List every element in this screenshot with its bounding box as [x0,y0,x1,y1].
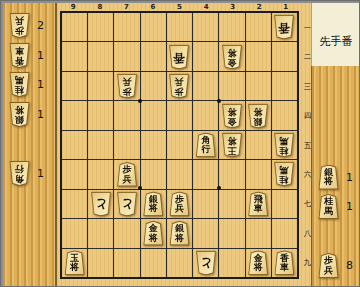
shogi-piece-gote-王将[interactable]: 王将 [221,132,242,157]
shogi-piece-gote-金将[interactable]: 金将 [221,103,242,128]
shogi-piece-gote-銀将[interactable]: 銀将 [9,102,30,127]
board-cell-7-9[interactable] [114,249,139,277]
shogi-piece-sente-飛車[interactable]: 飛車 [248,191,269,216]
board-cell-6-7[interactable]: 銀将 [141,190,166,218]
board-cell-6-5[interactable] [141,131,166,159]
gote-hand-歩兵[interactable]: 歩兵2 [9,13,44,38]
board-cell-2-7[interactable]: 飛車 [246,190,271,218]
board-cell-3-2[interactable]: 金将 [219,42,244,70]
board-cell-5-4[interactable] [167,101,192,129]
shogi-piece-gote-歩兵[interactable]: 歩兵 [117,74,138,99]
turn-indicator: 先手番 [312,34,360,49]
board-cell-9-9[interactable]: 玉将 [62,249,87,277]
board-cell-8-2[interactable] [88,42,113,70]
sente-captured-tray: 銀将1桂馬1歩兵8 [311,66,360,286]
shogi-app-window: 歩兵2香車1桂馬1銀将1角行1 987654321 香香金将歩兵歩兵金将銀将角行… [0,0,360,287]
shogi-piece-gote-銀将[interactable]: 銀将 [248,103,269,128]
board-cell-3-5[interactable]: 王将 [219,131,244,159]
shogi-board[interactable]: 香香金将歩兵歩兵金将銀将角行王将桂馬歩兵桂馬とと銀将歩兵飛車金将銀将玉将と金将香… [60,11,299,279]
board-cell-3-4[interactable]: 金将 [219,101,244,129]
file-label-1: 1 [273,3,300,11]
board-cell-4-8[interactable] [193,219,218,247]
board-cell-1-3[interactable] [272,72,297,100]
hoshi-dot [217,186,221,190]
shogi-piece-gote-桂馬[interactable]: 桂馬 [9,72,30,97]
board-cell-4-3[interactable] [193,72,218,100]
shogi-piece-sente-金将[interactable]: 金将 [143,221,164,246]
file-label-8: 8 [87,3,114,11]
shogi-piece-sente-銀将[interactable]: 銀将 [143,191,164,216]
hoshi-dot [138,99,142,103]
board-cell-7-2[interactable] [114,42,139,70]
board-cell-9-1[interactable] [62,13,87,41]
shogi-piece-gote-金将[interactable]: 金将 [221,44,242,69]
gote-hand-銀将[interactable]: 銀将1 [9,102,44,127]
board-cell-9-8[interactable] [62,219,87,247]
board-cell-3-6[interactable] [219,160,244,188]
file-label-4: 4 [193,3,220,11]
board-cell-1-2[interactable] [272,42,297,70]
board-cell-3-3[interactable] [219,72,244,100]
file-label-6: 6 [140,3,167,11]
shogi-piece-gote-桂馬[interactable]: 桂馬 [274,162,295,187]
shogi-piece-sente-角行[interactable]: 角行 [195,132,216,157]
board-cell-4-2[interactable] [193,42,218,70]
board-cell-7-3[interactable]: 歩兵 [114,72,139,100]
gote-captured-tray: 歩兵2香車1桂馬1銀将1角行1 [3,3,57,286]
board-cell-5-1[interactable] [167,13,192,41]
shogi-piece-gote-香[interactable]: 香 [169,44,190,69]
board-cell-1-4[interactable] [272,101,297,129]
board-cell-9-7[interactable] [62,190,87,218]
board-cell-1-5[interactable]: 桂馬 [272,131,297,159]
shogi-piece-gote-歩兵[interactable]: 歩兵 [169,74,190,99]
board-cell-8-5[interactable] [88,131,113,159]
board-cell-5-7[interactable]: 歩兵 [167,190,192,218]
board-area: 987654321 香香金将歩兵歩兵金将銀将角行王将桂馬歩兵桂馬とと銀将歩兵飛車… [57,3,311,286]
board-cell-4-7[interactable] [193,190,218,218]
hoshi-dot [217,99,221,103]
file-label-7: 7 [113,3,140,11]
shogi-piece-sente-玉将[interactable]: 玉将 [64,250,85,275]
turn-indicator-box: 先手番 [311,3,360,66]
board-cell-5-8[interactable]: 銀将 [167,219,192,247]
hand-count: 2 [37,19,44,32]
sente-hand-銀将[interactable]: 銀将1 [318,165,353,190]
board-cell-4-4[interactable] [193,101,218,129]
board-cell-7-1[interactable] [114,13,139,41]
shogi-piece-sente-歩兵[interactable]: 歩兵 [318,253,339,278]
sente-hand-歩兵[interactable]: 歩兵8 [318,253,353,278]
board-cell-1-1[interactable]: 香 [272,13,297,41]
board-cell-5-3[interactable]: 歩兵 [167,72,192,100]
board-cell-5-9[interactable] [167,249,192,277]
shogi-piece-sente-銀将[interactable]: 銀将 [169,221,190,246]
shogi-piece-gote-歩兵[interactable]: 歩兵 [9,13,30,38]
board-cell-4-9[interactable]: と [193,249,218,277]
file-label-2: 2 [246,3,273,11]
gote-hand-角行[interactable]: 角行1 [9,161,44,186]
board-cell-3-9[interactable] [219,249,244,277]
shogi-piece-sente-金将[interactable]: 金将 [248,250,269,275]
hand-count: 1 [37,78,44,91]
board-cell-9-3[interactable] [62,72,87,100]
board-cell-6-4[interactable] [141,101,166,129]
board-cell-8-4[interactable] [88,101,113,129]
board-cell-4-1[interactable] [193,13,218,41]
board-cell-7-8[interactable] [114,219,139,247]
hand-count: 1 [346,200,353,213]
board-cell-5-2[interactable]: 香 [167,42,192,70]
board-cell-8-9[interactable] [88,249,113,277]
shogi-piece-gote-香[interactable]: 香 [274,15,295,40]
board-cell-2-6[interactable] [246,160,271,188]
board-cell-3-1[interactable] [219,13,244,41]
board-cell-4-5[interactable]: 角行 [193,131,218,159]
file-label-9: 9 [60,3,87,11]
hand-count: 1 [346,171,353,184]
board-cell-3-7[interactable] [219,190,244,218]
hoshi-dot [138,186,142,190]
board-cell-1-9[interactable]: 香車 [272,249,297,277]
shogi-piece-gote-角行[interactable]: 角行 [9,161,30,186]
shogi-piece-sente-桂馬[interactable]: 桂馬 [318,194,339,219]
board-cell-6-2[interactable] [141,42,166,70]
shogi-piece-gote-と[interactable]: と [117,191,138,216]
board-cell-7-5[interactable] [114,131,139,159]
board-cell-6-1[interactable] [141,13,166,41]
board-cell-7-4[interactable] [114,101,139,129]
side-panel: 先手番 銀将1桂馬1歩兵8 [311,3,359,286]
board-cell-2-9[interactable]: 金将 [246,249,271,277]
shogi-piece-sente-歩兵[interactable]: 歩兵 [169,191,190,216]
board-cell-2-3[interactable] [246,72,271,100]
board-cell-7-7[interactable]: と [114,190,139,218]
board-cell-1-7[interactable] [272,190,297,218]
shogi-piece-gote-と[interactable]: と [195,250,216,275]
board-cell-6-3[interactable] [141,72,166,100]
shogi-piece-sente-香車[interactable]: 香車 [274,250,295,275]
board-cell-7-6[interactable]: 歩兵 [114,160,139,188]
file-label-3: 3 [219,3,246,11]
file-label-5: 5 [166,3,193,11]
shogi-piece-gote-と[interactable]: と [90,191,111,216]
shogi-piece-sente-歩兵[interactable]: 歩兵 [117,162,138,187]
sente-hand-桂馬[interactable]: 桂馬1 [318,194,353,219]
board-cell-2-5[interactable] [246,131,271,159]
hand-count: 8 [346,259,353,272]
board-cell-9-2[interactable] [62,42,87,70]
shogi-piece-gote-桂馬[interactable]: 桂馬 [274,132,295,157]
hand-count: 1 [37,49,44,62]
board-cell-5-5[interactable] [167,131,192,159]
board-cell-1-8[interactable] [272,219,297,247]
board-cell-1-6[interactable]: 桂馬 [272,160,297,188]
board-cell-8-8[interactable] [88,219,113,247]
board-cell-9-4[interactable] [62,101,87,129]
gote-hand-桂馬[interactable]: 桂馬1 [9,72,44,97]
shogi-piece-sente-銀将[interactable]: 銀将 [318,165,339,190]
board-cell-4-6[interactable] [193,160,218,188]
shogi-piece-gote-香車[interactable]: 香車 [9,43,30,68]
board-cell-3-8[interactable] [219,219,244,247]
board-cell-5-6[interactable] [167,160,192,188]
board-cell-9-6[interactable] [62,160,87,188]
file-labels: 987654321 [60,3,299,11]
board-cell-6-8[interactable]: 金将 [141,219,166,247]
board-cell-8-1[interactable] [88,13,113,41]
board-cell-2-4[interactable]: 銀将 [246,101,271,129]
board-cell-2-1[interactable] [246,13,271,41]
board-cell-8-6[interactable] [88,160,113,188]
board-cell-6-6[interactable] [141,160,166,188]
board-cell-8-3[interactable] [88,72,113,100]
board-cell-8-7[interactable]: と [88,190,113,218]
hand-count: 1 [37,108,44,121]
gote-hand-香車[interactable]: 香車1 [9,43,44,68]
board-cell-6-9[interactable] [141,249,166,277]
hand-count: 1 [37,167,44,180]
board-cell-9-5[interactable] [62,131,87,159]
board-cell-2-8[interactable] [246,219,271,247]
board-cell-2-2[interactable] [246,42,271,70]
